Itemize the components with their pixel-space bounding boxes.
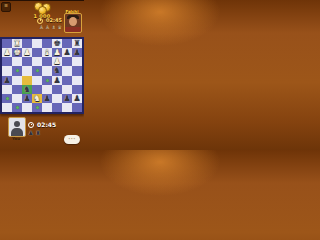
- clock-icon: [37, 18, 43, 24]
- black-pawn: ♟: [62, 48, 72, 57]
- opponent-clock: 02:45: [34, 17, 62, 23]
- square-f8[interactable]: ♚: [52, 39, 62, 48]
- square-a5[interactable]: [2, 66, 12, 75]
- square-h3[interactable]: [72, 85, 82, 94]
- square-d5[interactable]: [32, 66, 42, 75]
- square-g2[interactable]: ♟: [62, 94, 72, 103]
- black-pawn: ♟: [72, 94, 82, 103]
- avatar-silhouette-head: [14, 121, 20, 127]
- square-h1[interactable]: [72, 103, 82, 112]
- square-a7[interactable]: ♟: [2, 48, 12, 57]
- square-h7[interactable]: ♟: [72, 48, 82, 57]
- chess-app-screen: { "game": "chess", "screen": "online-che…: [0, 0, 84, 150]
- menu-button[interactable]: ☰: [1, 2, 11, 12]
- square-f1[interactable]: [52, 103, 62, 112]
- square-c7[interactable]: ♟: [22, 48, 32, 57]
- avatar-silhouette-body: [11, 128, 23, 136]
- square-g7[interactable]: ♟: [62, 48, 72, 57]
- black-pawn: ♟: [2, 76, 12, 85]
- square-a2[interactable]: [2, 94, 12, 103]
- square-d7[interactable]: [32, 48, 42, 57]
- square-b8[interactable]: ♜: [12, 39, 22, 48]
- move-hint-dot: [16, 69, 19, 72]
- white-knight: ♞: [32, 94, 42, 103]
- white-king: ♚: [12, 48, 22, 57]
- square-c1[interactable]: [22, 103, 32, 112]
- white-pawn: ♟: [22, 48, 32, 57]
- square-a8[interactable]: [2, 39, 12, 48]
- black-pawn: ♟: [72, 48, 82, 57]
- square-c8[interactable]: [22, 39, 32, 48]
- player-captured-pieces: ♟ ♜: [28, 129, 56, 136]
- opponent-captured-pieces: ♙ ♙ ♗ ♕: [34, 24, 62, 30]
- square-e4[interactable]: [42, 76, 52, 85]
- player-name: You: [4, 136, 28, 141]
- player-clock: 02:45: [28, 121, 60, 128]
- square-h6[interactable]: [72, 57, 82, 66]
- square-b3[interactable]: [12, 85, 22, 94]
- status-bar-line: [0, 0, 84, 1]
- square-c5[interactable]: [22, 66, 32, 75]
- square-g4[interactable]: [62, 76, 72, 85]
- square-g3[interactable]: [62, 85, 72, 94]
- opponent-avatar: [64, 13, 82, 33]
- opponent-clock-time: 02:45: [46, 17, 62, 23]
- square-c3[interactable]: ♞: [22, 85, 32, 94]
- white-pawn: ♟: [2, 48, 12, 57]
- square-h2[interactable]: ♟: [72, 94, 82, 103]
- square-a4[interactable]: ♟: [2, 76, 12, 85]
- square-c2[interactable]: ♟: [22, 94, 32, 103]
- menu-icon: ☰: [4, 3, 8, 8]
- white-rook: ♜: [12, 39, 22, 48]
- square-b2[interactable]: [12, 94, 22, 103]
- square-c6[interactable]: [22, 57, 32, 66]
- board-grid: ♜♚♜♟♚♟♝♟♟♟♟♞♟♟♞♟♞♟♟♟: [2, 39, 82, 112]
- square-g6[interactable]: [62, 57, 72, 66]
- square-e1[interactable]: [42, 103, 52, 112]
- square-a1[interactable]: [2, 103, 12, 112]
- square-e3[interactable]: [42, 85, 52, 94]
- clock-icon: [28, 122, 34, 128]
- square-h4[interactable]: [72, 76, 82, 85]
- avatar-face: [69, 17, 77, 26]
- chess-board: ♜♚♜♟♚♟♝♟♟♟♟♞♟♟♞♟♞♟♟♟: [0, 37, 84, 114]
- white-pawn: ♟: [52, 57, 62, 66]
- square-g1[interactable]: [62, 103, 72, 112]
- square-a6[interactable]: [2, 57, 12, 66]
- square-b7[interactable]: ♚: [12, 48, 22, 57]
- square-h5[interactable]: [72, 66, 82, 75]
- black-pawn: ♟: [62, 94, 72, 103]
- square-h8[interactable]: ♜: [72, 39, 82, 48]
- square-e6[interactable]: [42, 57, 52, 66]
- black-pawn: ♟: [52, 76, 62, 85]
- square-f6[interactable]: ♟: [52, 57, 62, 66]
- square-d1[interactable]: [32, 103, 42, 112]
- square-e7[interactable]: ♝: [42, 48, 52, 57]
- square-b5[interactable]: [12, 66, 22, 75]
- black-pawn: ♟: [22, 94, 32, 103]
- square-c4[interactable]: [22, 76, 32, 85]
- square-e8[interactable]: [42, 39, 52, 48]
- square-a3[interactable]: [2, 85, 12, 94]
- move-hint-dot: [46, 79, 49, 82]
- black-knight: ♞: [52, 66, 62, 75]
- chat-button[interactable]: •••: [64, 135, 80, 144]
- coin-balance[interactable]: [33, 2, 51, 13]
- square-d8[interactable]: [32, 39, 42, 48]
- player-clock-time: 02:45: [37, 121, 56, 128]
- square-f4[interactable]: ♟: [52, 76, 62, 85]
- square-f5[interactable]: ♞: [52, 66, 62, 75]
- square-d6[interactable]: [32, 57, 42, 66]
- square-e2[interactable]: ♟: [42, 94, 52, 103]
- white-pawn: ♟: [52, 48, 62, 57]
- square-b4[interactable]: [12, 76, 22, 85]
- square-g8[interactable]: [62, 39, 72, 48]
- square-d4[interactable]: [32, 76, 42, 85]
- black-pawn: ♟: [42, 94, 52, 103]
- black-king: ♚: [52, 39, 62, 48]
- player-avatar: [8, 117, 26, 137]
- square-e5[interactable]: [42, 66, 52, 75]
- square-f7[interactable]: ♟: [52, 48, 62, 57]
- square-d3[interactable]: [32, 85, 42, 94]
- move-hint-dot: [6, 97, 9, 100]
- square-b1[interactable]: [12, 103, 22, 112]
- square-b6[interactable]: [12, 57, 22, 66]
- black-knight: ♞: [22, 85, 32, 94]
- move-hint-dot: [36, 106, 39, 109]
- move-hint-dot: [16, 106, 19, 109]
- white-bishop: ♝: [42, 48, 52, 57]
- square-d2[interactable]: ♞: [32, 94, 42, 103]
- square-f3[interactable]: [52, 85, 62, 94]
- move-hint-dot: [36, 69, 39, 72]
- square-f2[interactable]: [52, 94, 62, 103]
- black-rook: ♜: [72, 39, 82, 48]
- square-g5[interactable]: [62, 66, 72, 75]
